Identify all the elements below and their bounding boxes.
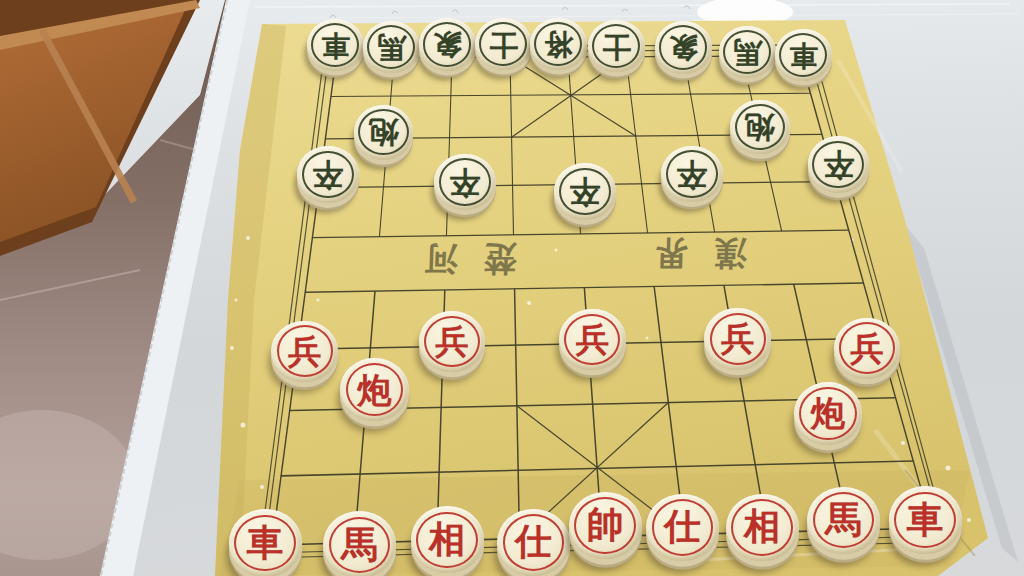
piece-black-soldier[interactable]: 卒 — [434, 154, 495, 210]
piece-black-general[interactable]: 将 — [530, 18, 587, 70]
piece-character: 炮 — [730, 100, 790, 155]
piece-character: 炮 — [354, 105, 414, 160]
piece-red-chariot[interactable]: 車 — [889, 486, 962, 553]
piece-character: 兵 — [834, 318, 901, 379]
piece-character: 仕 — [646, 494, 719, 561]
piece-character: 士 — [475, 18, 532, 70]
pieces-layer: 車馬象士将士象馬車炮炮卒卒卒卒卒兵兵兵兵兵炮炮車馬相仕帥仕相馬車 — [0, 0, 1024, 576]
piece-red-general[interactable]: 帥 — [569, 492, 642, 559]
piece-red-advisor[interactable]: 仕 — [646, 494, 719, 561]
piece-character: 士 — [588, 20, 645, 72]
piece-black-elephant[interactable]: 象 — [655, 21, 712, 73]
piece-character: 車 — [775, 29, 832, 81]
piece-character: 馬 — [363, 21, 420, 73]
piece-black-advisor[interactable]: 士 — [475, 18, 532, 70]
piece-red-horse[interactable]: 馬 — [323, 511, 396, 576]
piece-character: 馬 — [323, 511, 396, 576]
piece-red-soldier[interactable]: 兵 — [834, 318, 901, 379]
piece-red-soldier[interactable]: 兵 — [419, 311, 486, 372]
piece-black-cannon[interactable]: 炮 — [354, 105, 414, 160]
piece-red-soldier[interactable]: 兵 — [704, 308, 771, 369]
piece-character: 卒 — [434, 154, 495, 210]
piece-character: 帥 — [569, 492, 642, 559]
piece-black-cannon[interactable]: 炮 — [730, 100, 790, 155]
piece-red-advisor[interactable]: 仕 — [497, 509, 570, 576]
piece-red-cannon[interactable]: 炮 — [794, 382, 863, 445]
piece-black-soldier[interactable]: 卒 — [297, 146, 358, 202]
piece-black-elephant[interactable]: 象 — [419, 18, 476, 70]
piece-character: 馬 — [719, 26, 776, 78]
piece-character: 卒 — [808, 136, 869, 192]
piece-red-horse[interactable]: 馬 — [807, 487, 880, 554]
piece-character: 卒 — [661, 146, 722, 202]
piece-red-cannon[interactable]: 炮 — [340, 358, 409, 421]
piece-black-soldier[interactable]: 卒 — [554, 163, 615, 219]
piece-character: 将 — [530, 18, 587, 70]
piece-red-soldier[interactable]: 兵 — [559, 309, 626, 370]
piece-character: 相 — [726, 494, 799, 561]
piece-character: 兵 — [704, 308, 771, 369]
piece-black-chariot[interactable]: 車 — [307, 19, 364, 71]
piece-character: 仕 — [497, 509, 570, 576]
piece-character: 象 — [419, 18, 476, 70]
piece-black-horse[interactable]: 馬 — [363, 21, 420, 73]
piece-red-chariot[interactable]: 車 — [229, 509, 302, 576]
piece-black-soldier[interactable]: 卒 — [808, 136, 869, 192]
piece-character: 車 — [229, 509, 302, 576]
piece-character: 卒 — [297, 146, 358, 202]
piece-black-chariot[interactable]: 車 — [775, 29, 832, 81]
piece-character: 兵 — [559, 309, 626, 370]
piece-character: 兵 — [271, 321, 338, 382]
piece-character: 炮 — [340, 358, 409, 421]
piece-black-soldier[interactable]: 卒 — [661, 146, 722, 202]
piece-black-horse[interactable]: 馬 — [719, 26, 776, 78]
piece-red-elephant[interactable]: 相 — [726, 494, 799, 561]
piece-character: 兵 — [419, 311, 486, 372]
piece-character: 車 — [889, 486, 962, 553]
photo-scene: 楚河 漢界 車馬象士将士象馬車炮炮卒卒卒卒卒兵兵兵兵兵炮炮車馬相仕帥仕相馬車 — [0, 0, 1024, 576]
piece-black-advisor[interactable]: 士 — [588, 20, 645, 72]
piece-character: 卒 — [554, 163, 615, 219]
piece-character: 炮 — [794, 382, 863, 445]
piece-red-elephant[interactable]: 相 — [411, 506, 484, 573]
piece-character: 馬 — [807, 487, 880, 554]
piece-character: 相 — [411, 506, 484, 573]
piece-character: 象 — [655, 21, 712, 73]
piece-red-soldier[interactable]: 兵 — [271, 321, 338, 382]
piece-character: 車 — [307, 19, 364, 71]
